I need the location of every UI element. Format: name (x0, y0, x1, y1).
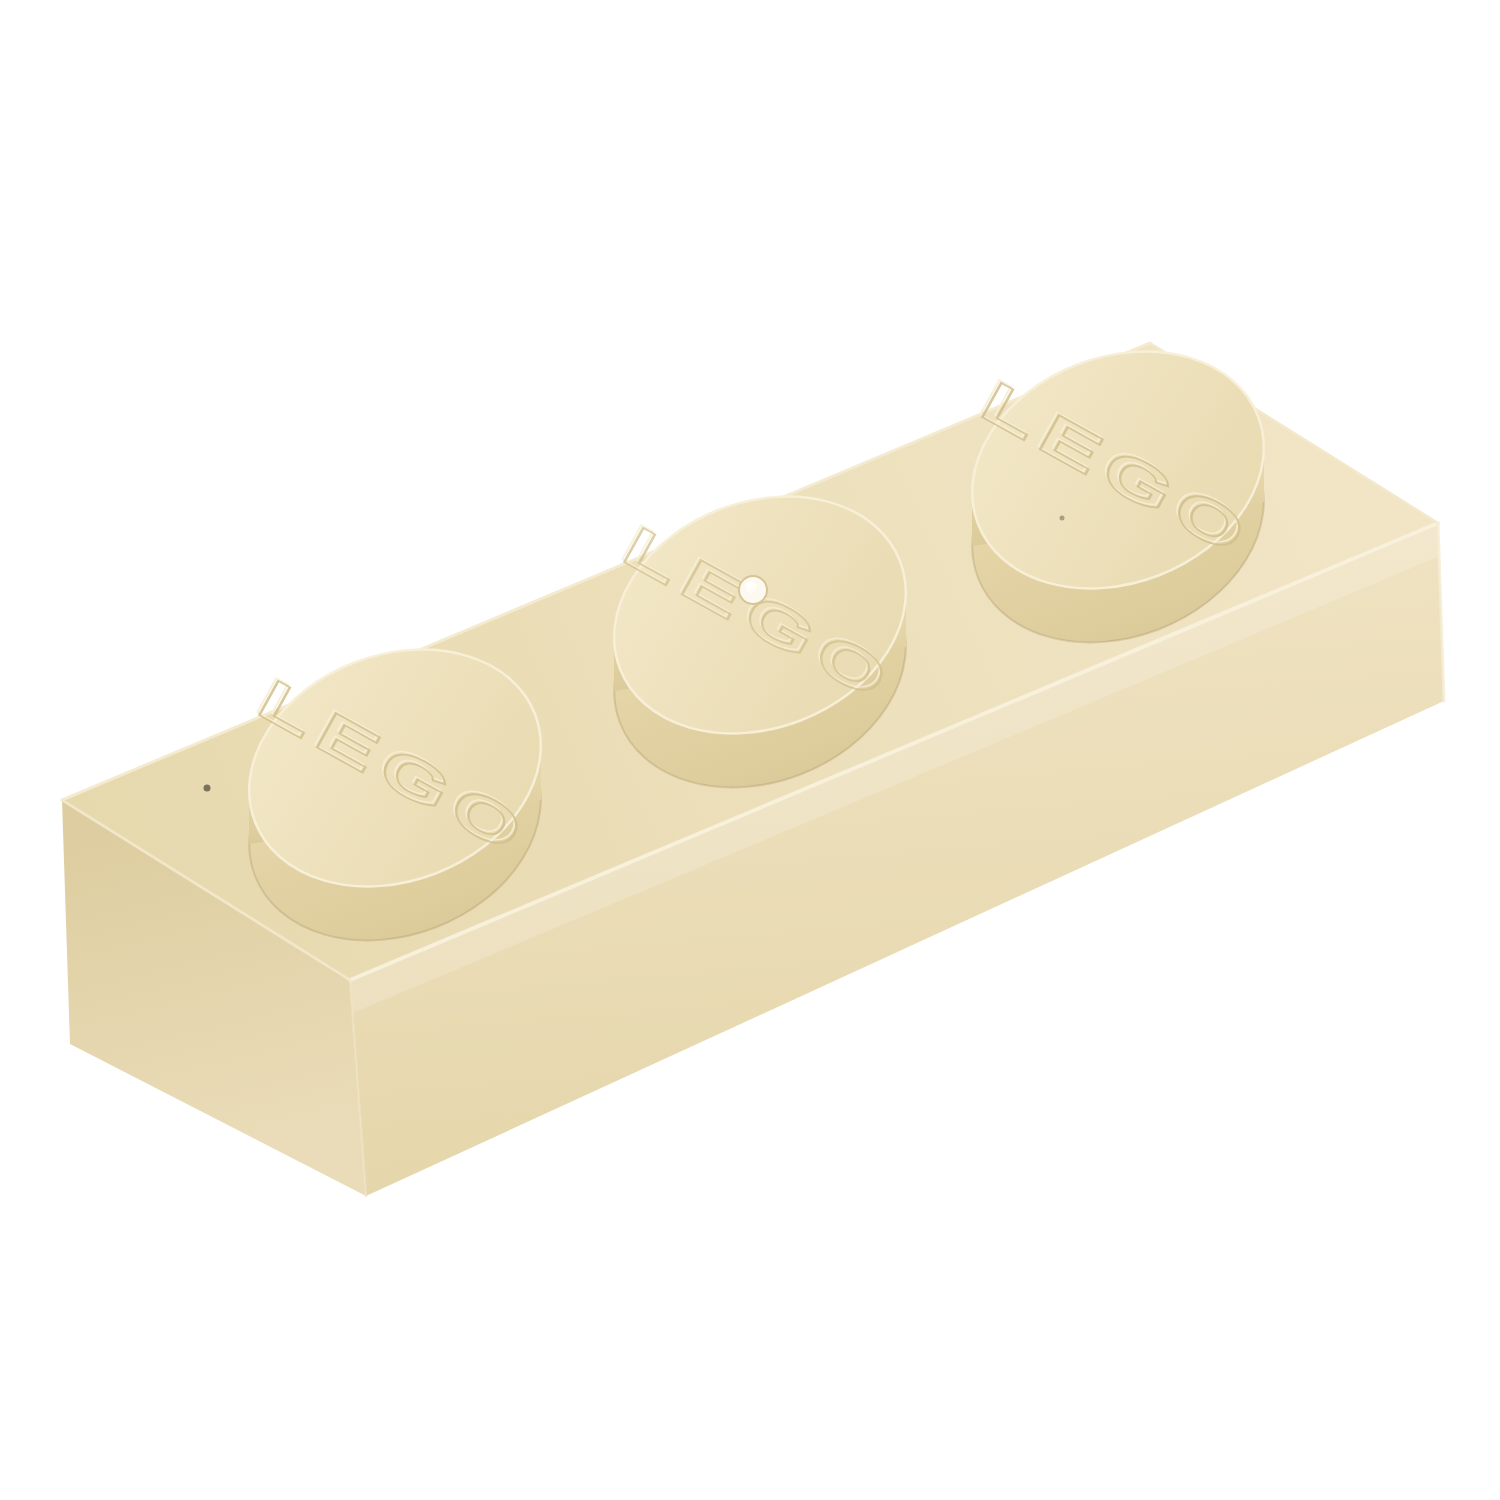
stud-2-mold-pip-core (746, 582, 757, 593)
dust-speck-small (1060, 516, 1065, 521)
dust-speck (204, 785, 211, 792)
lego-plate-photo: LEGO LEGO LEGO LEGO LEGO LEGO (0, 0, 1500, 1500)
photo-canvas: LEGO LEGO LEGO LEGO LEGO LEGO (0, 0, 1500, 1500)
